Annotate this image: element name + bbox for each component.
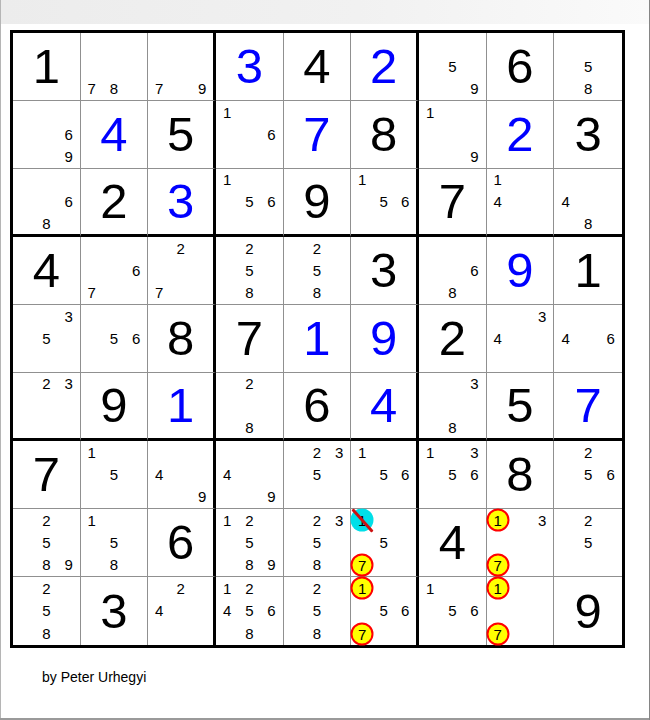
cell-r4c9[interactable]: 1 [554, 237, 622, 305]
cell-value: 4 [370, 381, 397, 430]
pencil-pos-6 [599, 55, 622, 77]
cell-value: 6 [167, 518, 194, 567]
pencil-pos-6 [260, 531, 282, 553]
pencil-pos-5 [35, 123, 57, 145]
cell-r3c3[interactable]: 3 [148, 169, 216, 237]
candidate-5: 5 [448, 603, 456, 618]
cell-r2c9[interactable]: 3 [554, 101, 622, 169]
candidate-2: 2 [313, 581, 321, 596]
cell-r3c2[interactable]: 2 [81, 169, 149, 237]
pencil-pos-3 [394, 441, 416, 463]
pencil-pos-8 [103, 282, 125, 304]
pencil-pos-9 [191, 282, 213, 304]
pencil-pos-4 [351, 531, 373, 553]
cell-r5c2[interactable]: 56 [81, 305, 149, 373]
cell-r8c3[interactable]: 6 [148, 509, 216, 577]
cell-r7c5[interactable]: 235 [284, 441, 352, 509]
cell-r9c6[interactable]: 1567 [351, 577, 419, 645]
pencil-pos-9 [260, 212, 282, 234]
pencil-pos-7 [216, 146, 238, 168]
pencil-pos-2: 2 [35, 577, 57, 600]
pencil-pos-5: 5 [35, 327, 57, 349]
cell-r5c9[interactable]: 46 [554, 305, 622, 373]
pencil-pos-9 [463, 622, 485, 645]
pencil-pos-2 [103, 305, 125, 327]
candidate-1: 1 [358, 445, 366, 460]
pencil-pos-5: 5 [373, 600, 395, 623]
pencil-pos-9: 9 [57, 146, 79, 168]
pencil-pos-6 [191, 463, 213, 485]
pencil-pos-2: 2 [577, 509, 600, 531]
candidate-9: 9 [64, 557, 72, 572]
pencil-pos-9 [125, 78, 147, 100]
pencil-pos-1 [487, 305, 509, 327]
cell-r5c7[interactable]: 2 [419, 305, 487, 373]
pencil-pos-6 [531, 531, 553, 553]
candidate-6: 6 [64, 194, 72, 209]
pencil-pos-7 [554, 350, 577, 372]
pencil-pos-4 [419, 600, 441, 623]
pencil-pos-1: 1 [487, 577, 509, 600]
pencil-pos-6: 6 [57, 123, 79, 145]
candidate-2: 2 [42, 376, 50, 391]
cell-r6c8[interactable]: 5 [487, 373, 555, 441]
pencil-pos-6: 6 [125, 259, 147, 281]
cell-r3c1[interactable]: 68 [13, 169, 81, 237]
candidate-8: 8 [584, 81, 592, 96]
pencil-pos-2: 2 [306, 577, 328, 600]
pencil-pos-3 [260, 373, 282, 395]
pencil-pos-8 [441, 78, 463, 100]
cell-r4c6[interactable]: 3 [351, 237, 419, 305]
pencil-pos-6: 6 [463, 463, 485, 485]
pencil-pos-1 [419, 33, 441, 55]
pencil-pos-2 [441, 577, 463, 600]
candidate-2: 2 [42, 581, 50, 596]
pencil-pos-7 [216, 486, 238, 508]
cell-r2c4[interactable]: 16 [216, 101, 284, 169]
cell-r7c7[interactable]: 1356 [419, 441, 487, 509]
pencil-pos-7 [81, 350, 103, 372]
pencil-pos-8: 8 [238, 282, 260, 304]
cell-r6c9[interactable]: 7 [554, 373, 622, 441]
pencil-pos-2 [35, 169, 57, 191]
cell-r1c9[interactable]: 58 [554, 33, 622, 101]
cell-r2c2[interactable]: 4 [81, 101, 149, 169]
pencil-pos-3 [394, 169, 416, 191]
cell-value: 7 [439, 177, 466, 226]
cell-r8c6[interactable]: 157 [351, 509, 419, 577]
candidate-2: 2 [245, 241, 253, 256]
candidate-5: 5 [379, 603, 387, 618]
highlight-yellow-circle: 7 [486, 553, 509, 576]
pencil-pos-4: 4 [487, 191, 509, 213]
pencil-pos-6: 6 [260, 191, 282, 213]
pencil-pos-5: 5 [441, 55, 463, 77]
candidate-3: 3 [335, 445, 343, 460]
pencil-pos-9 [599, 554, 622, 576]
pencil-pos-4 [419, 463, 441, 485]
pencil-pos-9 [599, 78, 622, 100]
pencil-pos-4 [216, 531, 238, 553]
cell-r6c1[interactable]: 23 [13, 373, 81, 441]
cell-r4c3[interactable]: 27 [148, 237, 216, 305]
cell-r2c8[interactable]: 2 [487, 101, 555, 169]
cell-r5c6[interactable]: 9 [351, 305, 419, 373]
candidate-1: 1 [358, 581, 366, 596]
pencil-pos-6: 6 [463, 600, 485, 623]
candidate-5: 5 [245, 194, 253, 209]
cell-value: 1 [33, 42, 60, 91]
cell-r6c6[interactable]: 4 [351, 373, 419, 441]
cell-r2c3[interactable]: 5 [148, 101, 216, 169]
pencil-pos-5: 5 [306, 531, 328, 553]
pencil-pos-2 [577, 169, 600, 191]
pencil-pos-1 [13, 373, 35, 395]
pencil-pos-6 [260, 259, 282, 281]
cell-r8c8[interactable]: 137 [487, 509, 555, 577]
pencil-pos-8: 8 [103, 554, 125, 576]
pencil-pos-1 [554, 305, 577, 327]
pencil-pos-8: 8 [35, 622, 57, 645]
cell-r9c8[interactable]: 17 [487, 577, 555, 645]
cell-value: 3 [236, 42, 263, 91]
pencil-pos-1: 1 [351, 577, 373, 600]
cell-r9c7[interactable]: 156 [419, 577, 487, 645]
pencil-pos-6 [328, 259, 350, 281]
candidate-4: 4 [561, 331, 569, 346]
pencil-pos-3 [260, 101, 282, 123]
candidate-5: 5 [379, 467, 387, 482]
cell-value: 1 [303, 314, 330, 363]
pencil-pos-7 [216, 282, 238, 304]
cell-value: 5 [506, 381, 533, 430]
cell-r4c5[interactable]: 258 [284, 237, 352, 305]
cell-r8c1[interactable]: 2589 [13, 509, 81, 577]
cell-r1c8[interactable]: 6 [487, 33, 555, 101]
cell-r6c2[interactable]: 9 [81, 373, 149, 441]
pencil-pos-6: 6 [394, 600, 416, 623]
cell-r1c2[interactable]: 78 [81, 33, 149, 101]
pencil-pos-7 [13, 554, 35, 576]
pencil-pos-4 [216, 259, 238, 281]
cell-r9c4[interactable]: 124568 [216, 577, 284, 645]
pencil-pos-6 [599, 531, 622, 553]
cell-r3c6[interactable]: 156 [351, 169, 419, 237]
pencil-pos-1: 1 [419, 441, 441, 463]
pencil-pos-1 [148, 441, 170, 463]
pencil-pos-9 [531, 350, 553, 372]
pencil-pos-7 [216, 416, 238, 438]
cell-r7c9[interactable]: 256 [554, 441, 622, 509]
pencil-pos-3 [125, 305, 147, 327]
candidate-7: 7 [358, 626, 366, 641]
candidate-7: 7 [155, 285, 163, 300]
cell-r7c8[interactable]: 8 [487, 441, 555, 509]
highlight-yellow-circle: 7 [351, 622, 374, 645]
pencil-pos-9 [599, 350, 622, 372]
pencil-pos-9 [191, 622, 213, 645]
pencil-pos-1 [81, 305, 103, 327]
cell-r3c9[interactable]: 48 [554, 169, 622, 237]
cell-r2c5[interactable]: 7 [284, 101, 352, 169]
pencil-pos-4 [351, 600, 373, 623]
cell-r1c6[interactable]: 2 [351, 33, 419, 101]
pencil-pos-2 [509, 169, 531, 191]
cell-r7c6[interactable]: 156 [351, 441, 419, 509]
pencil-pos-5: 5 [35, 531, 57, 553]
cell-r5c1[interactable]: 35 [13, 305, 81, 373]
candidate-8: 8 [42, 626, 50, 641]
pencil-pos-8 [577, 350, 600, 372]
pencil-pos-2 [373, 441, 395, 463]
pencil-pos-3 [394, 577, 416, 600]
candidate-6: 6 [401, 194, 409, 209]
candidate-2: 2 [176, 241, 184, 256]
pencil-pos-7: 7 [351, 622, 373, 645]
cell-r8c9[interactable]: 25 [554, 509, 622, 577]
pencil-pos-3 [531, 577, 553, 600]
cell-r7c2[interactable]: 15 [81, 441, 149, 509]
cell-r7c1[interactable]: 7 [13, 441, 81, 509]
cell-r6c3[interactable]: 1 [148, 373, 216, 441]
candidate-6: 6 [607, 467, 615, 482]
pencil-pos-5 [170, 55, 192, 77]
candidate-9: 9 [198, 81, 206, 96]
pencil-pos-2 [373, 169, 395, 191]
candidate-8: 8 [584, 216, 592, 231]
pencil-pos-5 [238, 395, 260, 417]
cell-r5c8[interactable]: 34 [487, 305, 555, 373]
candidate-5: 5 [110, 467, 118, 482]
cell-r3c4[interactable]: 156 [216, 169, 284, 237]
candidate-2: 2 [245, 581, 253, 596]
pencil-pos-9: 9 [463, 146, 485, 168]
pencil-pos-8 [238, 146, 260, 168]
cell-r1c1[interactable]: 1 [13, 33, 81, 101]
candidate-7: 7 [494, 626, 502, 641]
cell-r9c2[interactable]: 3 [81, 577, 149, 645]
cell-r8c4[interactable]: 12589 [216, 509, 284, 577]
pencil-pos-2: 2 [306, 441, 328, 463]
pencil-pos-9 [599, 212, 622, 234]
pencil-pos-4 [216, 123, 238, 145]
pencil-pos-9 [125, 282, 147, 304]
candidate-1: 1 [494, 581, 502, 596]
candidate-1: 1 [223, 513, 231, 528]
cell-r2c1[interactable]: 69 [13, 101, 81, 169]
pencil-pos-4 [554, 463, 577, 485]
cell-r1c4[interactable]: 3 [216, 33, 284, 101]
candidate-2: 2 [176, 581, 184, 596]
pencil-pos-6 [191, 600, 213, 623]
highlight-yellow-circle: 1 [486, 509, 509, 532]
cell-value: 6 [506, 42, 533, 91]
cell-r8c2[interactable]: 158 [81, 509, 149, 577]
pencil-pos-4 [148, 259, 170, 281]
cell-r4c2[interactable]: 67 [81, 237, 149, 305]
pencil-pos-3 [57, 577, 79, 600]
candidate-5: 5 [379, 535, 387, 550]
cell-r1c3[interactable]: 79 [148, 33, 216, 101]
pencil-pos-1: 1 [216, 101, 238, 123]
pencil-pos-3: 3 [463, 373, 485, 395]
pencil-pos-6 [328, 600, 350, 623]
cell-r7c3[interactable]: 49 [148, 441, 216, 509]
candidate-8: 8 [42, 557, 50, 572]
pencil-pos-5: 5 [103, 463, 125, 485]
pencil-pos-1: 1 [216, 169, 238, 191]
cell-r7c4[interactable]: 49 [216, 441, 284, 509]
pencil-pos-7 [284, 282, 306, 304]
candidate-5: 5 [110, 535, 118, 550]
pencil-pos-1: 1 [419, 101, 441, 123]
cell-r6c7[interactable]: 38 [419, 373, 487, 441]
cell-r3c5[interactable]: 9 [284, 169, 352, 237]
pencil-pos-4 [284, 531, 306, 553]
cell-r2c6[interactable]: 8 [351, 101, 419, 169]
cell-r5c3[interactable]: 8 [148, 305, 216, 373]
cell-r6c4[interactable]: 28 [216, 373, 284, 441]
pencil-pos-8 [509, 554, 531, 576]
pencil-pos-2: 2 [170, 577, 192, 600]
pencil-pos-6: 6 [394, 463, 416, 485]
pencil-pos-6 [531, 600, 553, 623]
cell-r8c5[interactable]: 2358 [284, 509, 352, 577]
cell-r4c4[interactable]: 258 [216, 237, 284, 305]
candidate-4: 4 [155, 603, 163, 618]
candidate-1: 1 [223, 581, 231, 596]
pencil-pos-9: 9 [260, 554, 282, 576]
pencil-pos-8 [35, 416, 57, 438]
pencil-pos-5 [441, 395, 463, 417]
candidate-9: 9 [267, 489, 275, 504]
pencil-pos-5 [509, 531, 531, 553]
pencil-pos-3 [463, 101, 485, 123]
pencil-pos-5: 5 [373, 463, 395, 485]
pencil-pos-9 [531, 622, 553, 645]
cell-value: 9 [370, 314, 397, 363]
candidate-5: 5 [313, 467, 321, 482]
pencil-pos-1: 1 [351, 441, 373, 463]
pencil-pos-5 [441, 259, 463, 281]
pencil-pos-4 [13, 123, 35, 145]
pencil-pos-8 [170, 78, 192, 100]
pencil-pos-7 [216, 554, 238, 576]
pencil-pos-1 [554, 509, 577, 531]
pencil-pos-6: 6 [394, 191, 416, 213]
cell-value: 7 [33, 450, 60, 499]
candidate-6: 6 [132, 331, 140, 346]
pencil-pos-3 [191, 577, 213, 600]
pencil-pos-1 [13, 577, 35, 600]
cell-r3c8[interactable]: 14 [487, 169, 555, 237]
pencil-pos-8 [238, 486, 260, 508]
cell-r9c9[interactable]: 9 [554, 577, 622, 645]
pencil-pos-6 [125, 531, 147, 553]
candidate-2: 2 [584, 513, 592, 528]
pencil-pos-3 [125, 33, 147, 55]
pencil-pos-3 [260, 237, 282, 259]
candidate-4: 4 [223, 603, 231, 618]
cell-r1c7[interactable]: 59 [419, 33, 487, 101]
pencil-pos-4: 4 [216, 600, 238, 623]
pencil-pos-4 [351, 463, 373, 485]
pencil-pos-6 [125, 55, 147, 77]
cell-r3c7[interactable]: 7 [419, 169, 487, 237]
cell-r1c5[interactable]: 4 [284, 33, 352, 101]
pencil-pos-4 [419, 395, 441, 417]
cell-r4c7[interactable]: 68 [419, 237, 487, 305]
candidate-3: 3 [64, 309, 72, 324]
pencil-pos-5: 5 [373, 191, 395, 213]
pencil-pos-4: 4 [216, 463, 238, 485]
pencil-pos-7 [284, 622, 306, 645]
pencil-pos-1: 1 [351, 169, 373, 191]
cell-r9c5[interactable]: 258 [284, 577, 352, 645]
cell-r9c1[interactable]: 258 [13, 577, 81, 645]
candidate-1: 1 [426, 105, 434, 120]
pencil-pos-8: 8 [306, 622, 328, 645]
cell-r9c3[interactable]: 24 [148, 577, 216, 645]
cell-value: 4 [33, 246, 60, 295]
pencil-pos-1 [216, 237, 238, 259]
cell-value: 4 [100, 110, 127, 159]
candidate-1: 1 [494, 513, 502, 528]
pencil-pos-5 [577, 327, 600, 349]
candidate-4: 4 [494, 194, 502, 209]
cell-r4c8[interactable]: 9 [487, 237, 555, 305]
cell-r8c7[interactable]: 4 [419, 509, 487, 577]
pencil-pos-4 [419, 55, 441, 77]
cell-r5c5[interactable]: 1 [284, 305, 352, 373]
cell-value: 2 [439, 314, 466, 363]
candidate-2: 2 [584, 445, 592, 460]
pencil-pos-8 [373, 554, 395, 576]
pencil-pos-2 [238, 169, 260, 191]
pencil-pos-7 [487, 212, 509, 234]
pencil-pos-9 [57, 350, 79, 372]
pencil-pos-5: 5 [103, 531, 125, 553]
pencil-pos-9 [328, 486, 350, 508]
pencil-pos-8: 8 [35, 554, 57, 576]
candidate-1: 1 [358, 172, 366, 187]
pencil-pos-8 [441, 146, 463, 168]
cell-r6c5[interactable]: 6 [284, 373, 352, 441]
candidate-9: 9 [64, 149, 72, 164]
pencil-pos-3 [328, 577, 350, 600]
cell-r4c1[interactable]: 4 [13, 237, 81, 305]
pencil-pos-6 [328, 531, 350, 553]
candidate-2: 2 [245, 513, 253, 528]
candidate-1: 1 [494, 172, 502, 187]
pencil-pos-3: 3 [531, 305, 553, 327]
cell-value: 3 [575, 110, 602, 159]
pencil-pos-7 [284, 554, 306, 576]
cell-r2c7[interactable]: 19 [419, 101, 487, 169]
cell-r5c4[interactable]: 7 [216, 305, 284, 373]
candidate-3: 3 [538, 513, 546, 528]
pencil-pos-7 [148, 622, 170, 645]
pencil-pos-3: 3 [57, 373, 79, 395]
pencil-pos-2: 2 [35, 509, 57, 531]
pencil-pos-4 [13, 531, 35, 553]
candidate-8: 8 [245, 557, 253, 572]
pencil-pos-2 [373, 577, 395, 600]
pencil-pos-5: 5 [441, 600, 463, 623]
pencil-pos-8 [441, 486, 463, 508]
pencil-pos-7 [81, 554, 103, 576]
